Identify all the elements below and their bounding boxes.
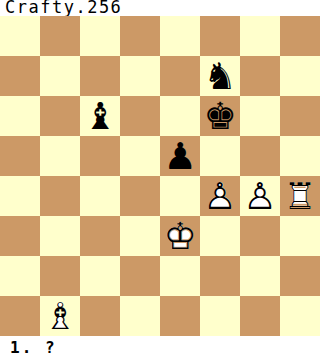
- white-pawn-fill: ♟: [240, 176, 280, 216]
- square-h4[interactable]: ♜♖: [280, 176, 320, 216]
- square-b7[interactable]: [40, 56, 80, 96]
- square-f7[interactable]: ♞: [200, 56, 240, 96]
- square-h5[interactable]: [280, 136, 320, 176]
- white-pawn: ♙: [200, 176, 240, 216]
- square-f8[interactable]: [200, 16, 240, 56]
- square-c7[interactable]: [80, 56, 120, 96]
- white-pawn: ♙: [240, 176, 280, 216]
- square-f2[interactable]: [200, 256, 240, 296]
- square-a6[interactable]: [0, 96, 40, 136]
- square-f4[interactable]: ♟♙: [200, 176, 240, 216]
- white-rook: ♖: [280, 176, 320, 216]
- square-c6[interactable]: ♝: [80, 96, 120, 136]
- square-d7[interactable]: [120, 56, 160, 96]
- square-f3[interactable]: [200, 216, 240, 256]
- square-c3[interactable]: [80, 216, 120, 256]
- square-g2[interactable]: [240, 256, 280, 296]
- square-b5[interactable]: [40, 136, 80, 176]
- chess-board: ♞♝♚♟♟♙♟♙♜♖♚♔♝♗: [0, 16, 320, 336]
- black-pawn: ♟: [160, 136, 200, 176]
- square-a7[interactable]: [0, 56, 40, 96]
- square-b1[interactable]: ♝♗: [40, 296, 80, 336]
- crafty-window: Crafty.256 ♞♝♚♟♟♙♟♙♜♖♚♔♝♗ 1. ?: [0, 0, 320, 360]
- square-a3[interactable]: [0, 216, 40, 256]
- square-a1[interactable]: [0, 296, 40, 336]
- square-e1[interactable]: [160, 296, 200, 336]
- square-h8[interactable]: [280, 16, 320, 56]
- square-g5[interactable]: [240, 136, 280, 176]
- move-prompt: 1. ?: [0, 336, 320, 360]
- square-g8[interactable]: [240, 16, 280, 56]
- square-d5[interactable]: [120, 136, 160, 176]
- square-b8[interactable]: [40, 16, 80, 56]
- square-d8[interactable]: [120, 16, 160, 56]
- square-d1[interactable]: [120, 296, 160, 336]
- black-knight: ♞: [200, 56, 240, 96]
- square-e6[interactable]: [160, 96, 200, 136]
- square-f1[interactable]: [200, 296, 240, 336]
- square-d4[interactable]: [120, 176, 160, 216]
- square-c1[interactable]: [80, 296, 120, 336]
- square-d6[interactable]: [120, 96, 160, 136]
- square-c5[interactable]: [80, 136, 120, 176]
- square-g1[interactable]: [240, 296, 280, 336]
- square-a2[interactable]: [0, 256, 40, 296]
- white-pawn-fill: ♟: [200, 176, 240, 216]
- white-king-fill: ♚: [160, 216, 200, 256]
- square-e4[interactable]: [160, 176, 200, 216]
- white-bishop-fill: ♝: [40, 296, 80, 336]
- white-king: ♔: [160, 216, 200, 256]
- square-g7[interactable]: [240, 56, 280, 96]
- square-e2[interactable]: [160, 256, 200, 296]
- square-b4[interactable]: [40, 176, 80, 216]
- square-g3[interactable]: [240, 216, 280, 256]
- black-bishop: ♝: [80, 96, 120, 136]
- square-c2[interactable]: [80, 256, 120, 296]
- square-d2[interactable]: [120, 256, 160, 296]
- square-e8[interactable]: [160, 16, 200, 56]
- square-f6[interactable]: ♚: [200, 96, 240, 136]
- square-h2[interactable]: [280, 256, 320, 296]
- square-d3[interactable]: [120, 216, 160, 256]
- square-g6[interactable]: [240, 96, 280, 136]
- square-c8[interactable]: [80, 16, 120, 56]
- square-a8[interactable]: [0, 16, 40, 56]
- square-e7[interactable]: [160, 56, 200, 96]
- square-h3[interactable]: [280, 216, 320, 256]
- square-e3[interactable]: ♚♔: [160, 216, 200, 256]
- square-c4[interactable]: [80, 176, 120, 216]
- square-b6[interactable]: [40, 96, 80, 136]
- square-a5[interactable]: [0, 136, 40, 176]
- square-b3[interactable]: [40, 216, 80, 256]
- black-king: ♚: [200, 96, 240, 136]
- square-a4[interactable]: [0, 176, 40, 216]
- square-h1[interactable]: [280, 296, 320, 336]
- white-rook-fill: ♜: [280, 176, 320, 216]
- square-g4[interactable]: ♟♙: [240, 176, 280, 216]
- square-h7[interactable]: [280, 56, 320, 96]
- square-b2[interactable]: [40, 256, 80, 296]
- white-bishop: ♗: [40, 296, 80, 336]
- square-h6[interactable]: [280, 96, 320, 136]
- square-e5[interactable]: ♟: [160, 136, 200, 176]
- square-f5[interactable]: [200, 136, 240, 176]
- window-title: Crafty.256: [0, 0, 320, 16]
